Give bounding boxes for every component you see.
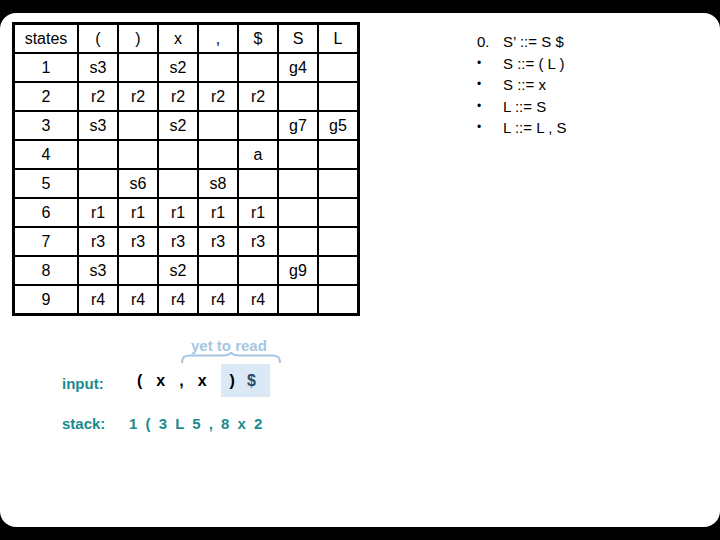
action-cell: [278, 140, 318, 169]
action-cell: [278, 285, 318, 315]
table-row: 5s6s8: [14, 169, 359, 198]
action-cell: r3: [238, 227, 278, 256]
action-cell: [318, 169, 359, 198]
table-header-row: states()x,$SL: [14, 24, 359, 54]
header-symbol: ): [118, 24, 158, 54]
action-cell: [238, 169, 278, 198]
table-row: 8s3s2g9: [14, 256, 359, 285]
action-cell: [118, 256, 158, 285]
action-cell: g9: [278, 256, 318, 285]
action-cell: r2: [118, 82, 158, 111]
bullet-icon: •: [477, 53, 503, 75]
action-cell: [318, 256, 359, 285]
grammar-production: •L ::= S: [477, 96, 567, 118]
action-cell: [278, 227, 318, 256]
table-row: 7r3r3r3r3r3: [14, 227, 359, 256]
action-cell: [198, 53, 238, 82]
action-cell: r1: [158, 198, 198, 227]
state-number-cell: 2: [14, 82, 79, 111]
input-token-read: ,: [179, 372, 183, 390]
state-number-cell: 9: [14, 285, 79, 315]
state-number-cell: 3: [14, 111, 79, 140]
action-cell: r1: [238, 198, 278, 227]
stack-value: 1 ( 3 L 5 , 8 x 2: [129, 415, 264, 432]
action-cell: [118, 111, 158, 140]
action-cell: r1: [198, 198, 238, 227]
input-token-unread: ): [230, 372, 235, 390]
grammar-production: •S ::= ( L ): [477, 53, 567, 75]
header-symbol: (: [78, 24, 118, 54]
header-symbol: $: [238, 24, 278, 54]
action-cell: [158, 140, 198, 169]
grammar-production: 0.S’ ::= S $: [477, 31, 567, 53]
production-text: S ::= x: [503, 74, 546, 96]
action-cell: [158, 169, 198, 198]
table-row: 2r2r2r2r2r2: [14, 82, 359, 111]
action-cell: [318, 198, 359, 227]
action-cell: [318, 53, 359, 82]
action-cell: [78, 169, 118, 198]
bullet-icon: •: [477, 96, 503, 118]
action-cell: g7: [278, 111, 318, 140]
grammar-production: •S ::= x: [477, 74, 567, 96]
action-cell: [238, 53, 278, 82]
table-row: 9r4r4r4r4r4: [14, 285, 359, 315]
action-cell: s3: [78, 256, 118, 285]
action-cell: a: [238, 140, 278, 169]
bullet-icon: •: [477, 74, 503, 96]
action-cell: r2: [78, 82, 118, 111]
action-cell: s3: [78, 53, 118, 82]
action-cell: s3: [78, 111, 118, 140]
action-cell: r2: [158, 82, 198, 111]
state-number-cell: 1: [14, 53, 79, 82]
action-cell: [198, 140, 238, 169]
action-cell: [198, 256, 238, 285]
action-cell: r1: [118, 198, 158, 227]
header-states: states: [14, 24, 79, 54]
action-cell: [198, 111, 238, 140]
bullet-icon: •: [477, 117, 503, 139]
rule-number: 0.: [477, 31, 503, 53]
input-token-read: (: [137, 372, 142, 390]
input-label: input:: [62, 375, 104, 392]
input-token-eof: $: [247, 372, 256, 390]
action-cell: r3: [118, 227, 158, 256]
action-cell: r4: [78, 285, 118, 315]
state-number-cell: 8: [14, 256, 79, 285]
input-token-read: x: [198, 372, 207, 390]
action-cell: s2: [158, 256, 198, 285]
header-symbol: ,: [198, 24, 238, 54]
production-text: S ::= ( L ): [503, 53, 565, 75]
header-symbol: S: [278, 24, 318, 54]
action-cell: g5: [318, 111, 359, 140]
action-cell: r3: [198, 227, 238, 256]
action-cell: r3: [78, 227, 118, 256]
action-cell: [118, 53, 158, 82]
header-symbol: x: [158, 24, 198, 54]
production-text: L ::= L , S: [503, 117, 567, 139]
state-number-cell: 4: [14, 140, 79, 169]
table-row: 4a: [14, 140, 359, 169]
table-row: 1s3s2g4: [14, 53, 359, 82]
action-cell: g4: [278, 53, 318, 82]
action-cell: s2: [158, 53, 198, 82]
action-cell: [318, 285, 359, 315]
action-cell: [118, 140, 158, 169]
state-number-cell: 6: [14, 198, 79, 227]
production-text: L ::= S: [503, 96, 546, 118]
input-token-row: (x,x)$: [137, 364, 270, 397]
production-text: S’ ::= S $: [503, 31, 564, 53]
action-cell: r4: [158, 285, 198, 315]
action-cell: [318, 82, 359, 111]
action-cell: r2: [198, 82, 238, 111]
action-cell: [238, 111, 278, 140]
state-number-cell: 7: [14, 227, 79, 256]
lr-action-goto-table: states()x,$SL1s3s2g42r2r2r2r2r23s3s2g7g5…: [12, 22, 360, 316]
table-row: 3s3s2g7g5: [14, 111, 359, 140]
action-cell: r1: [78, 198, 118, 227]
action-cell: [78, 140, 118, 169]
grammar-list: 0.S’ ::= S $•S ::= ( L )•S ::= x•L ::= S…: [477, 31, 567, 139]
yet-to-read-highlight: )$: [221, 364, 270, 397]
parse-table: states()x,$SL1s3s2g42r2r2r2r2r23s3s2g7g5…: [12, 22, 360, 316]
action-cell: s2: [158, 111, 198, 140]
action-cell: r4: [198, 285, 238, 315]
state-number-cell: 5: [14, 169, 79, 198]
action-cell: [318, 140, 359, 169]
action-cell: [238, 256, 278, 285]
slide: states()x,$SL1s3s2g42r2r2r2r2r23s3s2g7g5…: [0, 13, 720, 527]
table-row: 6r1r1r1r1r1: [14, 198, 359, 227]
action-cell: s6: [118, 169, 158, 198]
action-cell: r3: [158, 227, 198, 256]
header-symbol: L: [318, 24, 359, 54]
action-cell: r4: [238, 285, 278, 315]
action-cell: [278, 198, 318, 227]
action-cell: r4: [118, 285, 158, 315]
action-cell: [318, 227, 359, 256]
input-token-read: x: [156, 372, 165, 390]
action-cell: [278, 169, 318, 198]
page: { "game": "lr-parsing-table-slide", "pos…: [0, 0, 720, 540]
grammar-production: •L ::= L , S: [477, 117, 567, 139]
action-cell: r2: [238, 82, 278, 111]
action-cell: s8: [198, 169, 238, 198]
over-brace-icon: [181, 352, 281, 364]
stack-label: stack:: [62, 415, 105, 432]
action-cell: [278, 82, 318, 111]
